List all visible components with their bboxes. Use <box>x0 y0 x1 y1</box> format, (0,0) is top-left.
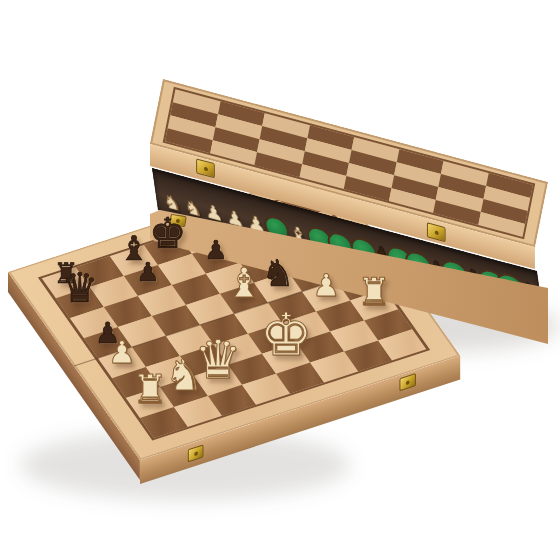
clasp-pin <box>406 380 410 385</box>
brass-catch-base <box>169 214 187 227</box>
product-photo-scene: ♞♞♟♟♟♝♟♟♟♟ ♜♝♚♛♟♟♟♞♝♟♟♜♜♞♛♚ <box>0 0 560 560</box>
brass-clasp-near <box>188 444 204 462</box>
clasp-pin <box>194 451 198 456</box>
brass-latch-left <box>196 158 215 178</box>
brass-latch-right <box>427 222 446 242</box>
brass-clasp-right <box>399 373 416 391</box>
latch-pin <box>435 230 439 235</box>
catch-pin <box>176 218 181 223</box>
stored-white-knight: ♞ <box>162 191 182 214</box>
latch-pin <box>204 166 208 171</box>
